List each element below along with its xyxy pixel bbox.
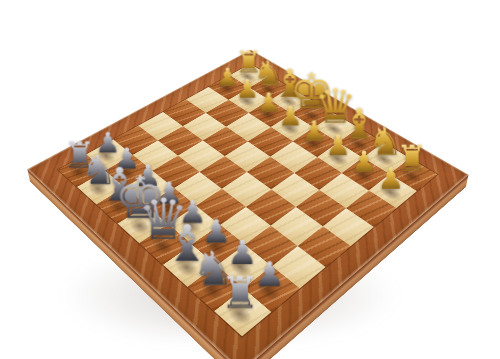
white-pawn: ♟ [358, 164, 424, 194]
square-a8: ♜ [214, 288, 272, 337]
chessboard: ♜♞♝♚♛♝♞♜♟♟♟♟♟♟♟♟♟♟♟♟♟♟♟♟♜♞♝♚♛♝♞♜ [27, 50, 468, 359]
scene: ♜♞♝♚♛♝♞♜♟♟♟♟♟♟♟♟♟♟♟♟♟♟♟♟♜♞♝♚♛♝♞♜ [0, 0, 500, 359]
board-grid: ♜♞♝♚♛♝♞♜♟♟♟♟♟♟♟♟♟♟♟♟♟♟♟♟♜♞♝♚♛♝♞♜ [58, 64, 437, 336]
black-rook: ♜ [201, 272, 279, 316]
board-frame: ♜♞♝♚♛♝♞♜♟♟♟♟♟♟♟♟♟♟♟♟♟♟♟♟♜♞♝♚♛♝♞♜ [27, 50, 468, 359]
product-photo: ♜♞♝♚♛♝♞♜♟♟♟♟♟♟♟♟♟♟♟♟♟♟♟♟♜♞♝♚♛♝♞♜ [0, 0, 500, 359]
